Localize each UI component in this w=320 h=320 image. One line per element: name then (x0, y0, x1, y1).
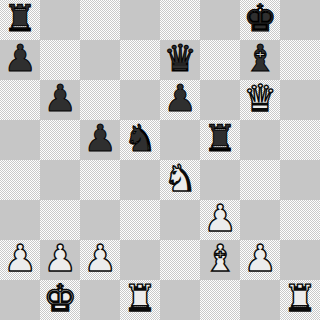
square-a7[interactable]: ♟ (0, 40, 40, 80)
piece-white-pawn[interactable]: ♟ (83, 240, 116, 279)
square-h5[interactable] (280, 120, 320, 160)
piece-white-knight[interactable]: ♞ (163, 160, 196, 199)
square-f8[interactable] (200, 0, 240, 40)
square-f2[interactable]: ♝ (200, 240, 240, 280)
square-a2[interactable]: ♟ (0, 240, 40, 280)
square-g2[interactable]: ♟ (240, 240, 280, 280)
square-a6[interactable] (0, 80, 40, 120)
square-g4[interactable] (240, 160, 280, 200)
square-f6[interactable] (200, 80, 240, 120)
square-c8[interactable] (80, 0, 120, 40)
square-c3[interactable] (80, 200, 120, 240)
square-c5[interactable]: ♟ (80, 120, 120, 160)
square-b5[interactable] (40, 120, 80, 160)
square-g6[interactable]: ♛ (240, 80, 280, 120)
piece-black-pawn[interactable]: ♟ (163, 80, 196, 119)
piece-white-pawn[interactable]: ♟ (43, 240, 76, 279)
piece-black-pawn[interactable]: ♟ (43, 80, 76, 119)
piece-white-queen[interactable]: ♛ (243, 80, 276, 119)
square-e2[interactable] (160, 240, 200, 280)
piece-white-rook[interactable]: ♜ (283, 280, 316, 319)
square-g5[interactable] (240, 120, 280, 160)
square-d3[interactable] (120, 200, 160, 240)
square-h8[interactable] (280, 0, 320, 40)
square-d7[interactable] (120, 40, 160, 80)
square-g3[interactable] (240, 200, 280, 240)
square-a8[interactable]: ♜ (0, 0, 40, 40)
square-d5[interactable]: ♞ (120, 120, 160, 160)
piece-black-pawn[interactable]: ♟ (83, 120, 116, 159)
square-c6[interactable] (80, 80, 120, 120)
square-f3[interactable]: ♟ (200, 200, 240, 240)
square-h7[interactable] (280, 40, 320, 80)
square-h1[interactable]: ♜ (280, 280, 320, 320)
square-f4[interactable] (200, 160, 240, 200)
square-b1[interactable]: ♚ (40, 280, 80, 320)
piece-black-knight[interactable]: ♞ (123, 120, 156, 159)
piece-black-rook[interactable]: ♜ (203, 120, 236, 159)
square-b4[interactable] (40, 160, 80, 200)
square-f7[interactable] (200, 40, 240, 80)
chess-board-container: ♜♚♟♛♝♟♟♛♟♞♜♞♟♟♟♟♝♟♚♜♜ (0, 0, 320, 320)
square-g8[interactable]: ♚ (240, 0, 280, 40)
square-b7[interactable] (40, 40, 80, 80)
chess-board: ♜♚♟♛♝♟♟♛♟♞♜♞♟♟♟♟♝♟♚♜♜ (0, 0, 320, 320)
square-b2[interactable]: ♟ (40, 240, 80, 280)
square-h2[interactable] (280, 240, 320, 280)
piece-white-pawn[interactable]: ♟ (3, 240, 36, 279)
piece-black-king[interactable]: ♚ (243, 0, 276, 39)
square-a4[interactable] (0, 160, 40, 200)
piece-white-pawn[interactable]: ♟ (243, 240, 276, 279)
piece-white-king[interactable]: ♚ (43, 280, 76, 319)
square-e8[interactable] (160, 0, 200, 40)
square-b3[interactable] (40, 200, 80, 240)
square-b8[interactable] (40, 0, 80, 40)
square-h3[interactable] (280, 200, 320, 240)
square-e4[interactable]: ♞ (160, 160, 200, 200)
square-g7[interactable]: ♝ (240, 40, 280, 80)
square-a1[interactable] (0, 280, 40, 320)
square-f5[interactable]: ♜ (200, 120, 240, 160)
square-a5[interactable] (0, 120, 40, 160)
square-e1[interactable] (160, 280, 200, 320)
square-g1[interactable] (240, 280, 280, 320)
square-e7[interactable]: ♛ (160, 40, 200, 80)
piece-black-queen[interactable]: ♛ (163, 40, 196, 79)
square-d2[interactable] (120, 240, 160, 280)
piece-white-pawn[interactable]: ♟ (203, 200, 236, 239)
square-b6[interactable]: ♟ (40, 80, 80, 120)
square-c7[interactable] (80, 40, 120, 80)
square-e5[interactable] (160, 120, 200, 160)
square-f1[interactable] (200, 280, 240, 320)
piece-white-rook[interactable]: ♜ (123, 280, 156, 319)
square-e3[interactable] (160, 200, 200, 240)
square-h4[interactable] (280, 160, 320, 200)
square-d4[interactable] (120, 160, 160, 200)
piece-black-pawn[interactable]: ♟ (3, 40, 36, 79)
square-d6[interactable] (120, 80, 160, 120)
square-c1[interactable] (80, 280, 120, 320)
square-a3[interactable] (0, 200, 40, 240)
piece-black-rook[interactable]: ♜ (3, 0, 36, 39)
piece-white-bishop[interactable]: ♝ (203, 240, 236, 279)
square-d8[interactable] (120, 0, 160, 40)
square-h6[interactable] (280, 80, 320, 120)
square-c4[interactable] (80, 160, 120, 200)
square-d1[interactable]: ♜ (120, 280, 160, 320)
piece-black-bishop[interactable]: ♝ (243, 40, 276, 79)
square-c2[interactable]: ♟ (80, 240, 120, 280)
square-e6[interactable]: ♟ (160, 80, 200, 120)
